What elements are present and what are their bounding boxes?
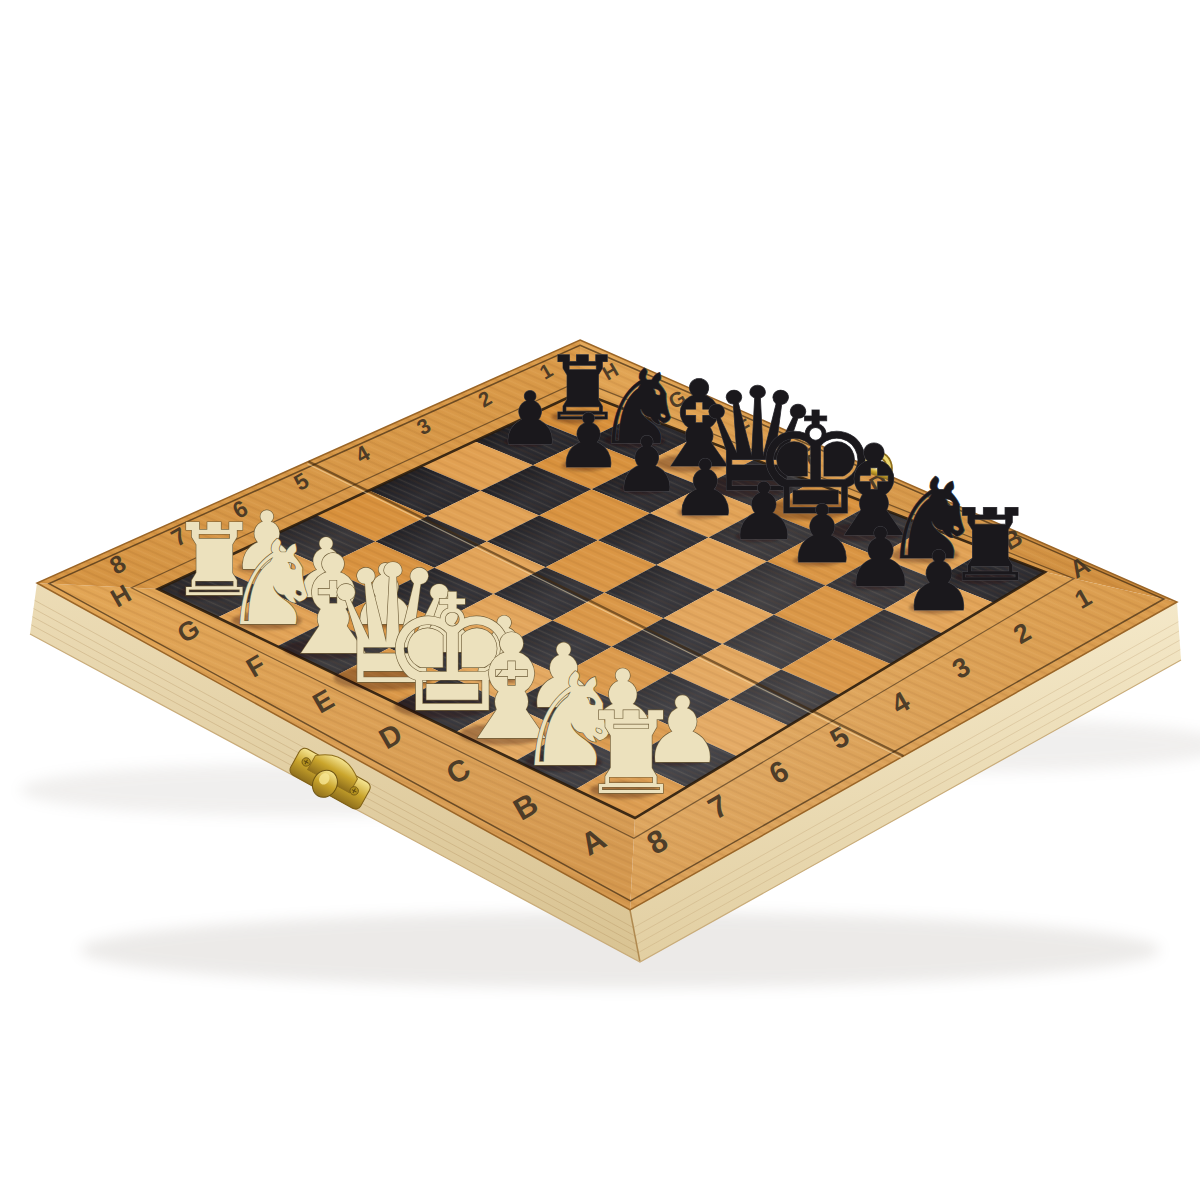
piece-black-pawn-h2: ♟	[497, 376, 563, 461]
piece-black-pawn-a2: ♟	[902, 533, 976, 630]
piece-white-rook-a8: ♜	[580, 687, 682, 820]
chess-set-photo-svg: 12345678HGFEDCBAHGFEDCBA12345678♜♞♟♝♟♛♟♚…	[0, 0, 1200, 1200]
product-photo-stage: 12345678HGFEDCBAHGFEDCBA12345678♜♞♟♝♟♛♟♚…	[0, 0, 1200, 1200]
